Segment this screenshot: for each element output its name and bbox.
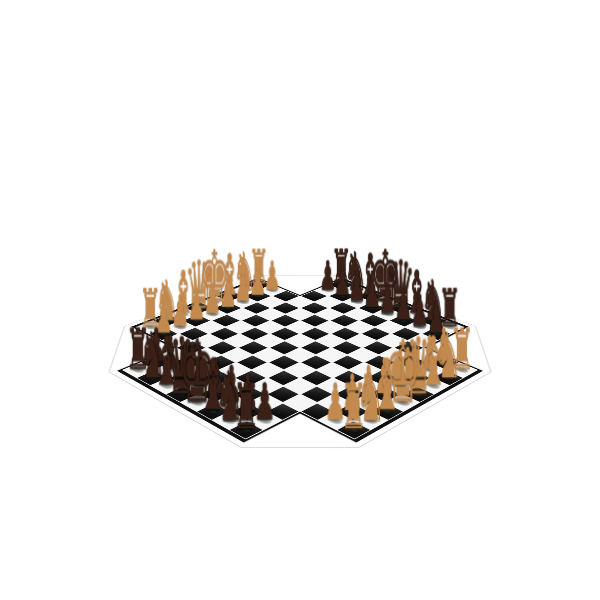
south-rook: ♜︎ — [233, 376, 260, 438]
product-render-scene: ♜︎♞︎♝︎♚︎♛︎♝︎♞︎♜︎♟︎♟︎♟︎♟︎♟︎♟︎♟︎♟︎♜︎♞︎♝︎♛︎… — [0, 0, 600, 600]
west-pawn: ♟︎ — [203, 278, 221, 320]
east-rook: ♜︎ — [340, 376, 367, 438]
four-player-chess-board: ♜︎♞︎♝︎♚︎♛︎♝︎♞︎♜︎♟︎♟︎♟︎♟︎♟︎♟︎♟︎♟︎♜︎♞︎♝︎♛︎… — [82, 264, 518, 471]
west-pawn: ♟︎ — [219, 272, 237, 314]
